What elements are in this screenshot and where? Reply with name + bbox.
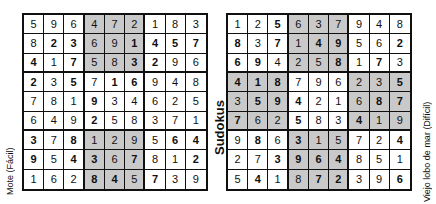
cell-r1c7: 9: [349, 15, 369, 34]
cell-r9c5: 7: [309, 170, 329, 189]
cell-r6c6: 8: [125, 112, 145, 131]
cell-r7c9: 4: [186, 131, 206, 150]
cell-r5c7: 6: [349, 92, 369, 111]
cell-r9c3: 1: [268, 170, 288, 189]
cell-r7c5: 2: [105, 131, 125, 150]
cell-r8c5: 6: [105, 150, 125, 169]
cell-r6c3: 2: [268, 112, 288, 131]
cell-r7c8: 6: [166, 131, 186, 150]
cell-r4c2: 3: [44, 73, 64, 92]
sudoku-board-dificil: 1256379488371495626942581734187962353594…: [226, 13, 412, 191]
cell-r7c1: 3: [24, 131, 44, 150]
cell-r7c3: 8: [64, 131, 84, 150]
cell-r4c8: 4: [166, 73, 186, 92]
cell-r9c2: 6: [44, 170, 64, 189]
cell-r1c2: 2: [248, 15, 268, 34]
cell-r1c9: 8: [390, 15, 410, 34]
cell-r9c7: 7: [145, 170, 165, 189]
cell-r7c8: 2: [370, 131, 390, 150]
cell-r8c6: 7: [125, 150, 145, 169]
cell-r8c4: 3: [85, 150, 105, 169]
cell-r4c3: 5: [64, 73, 84, 92]
cell-r7c9: 4: [390, 131, 410, 150]
cell-r3c4: 5: [85, 54, 105, 73]
cell-r6c7: 4: [349, 112, 369, 131]
cell-r8c1: 9: [24, 150, 44, 169]
cell-r8c5: 6: [309, 150, 329, 169]
cell-r9c9: 6: [390, 170, 410, 189]
cell-r7c3: 6: [268, 131, 288, 150]
cell-r9c6: 5: [125, 170, 145, 189]
cell-r5c3: 1: [64, 92, 84, 111]
cell-r5c6: 1: [329, 92, 349, 111]
cell-r7c2: 7: [44, 131, 64, 150]
cell-r5c5: 3: [105, 92, 125, 111]
cell-r3c6: 8: [329, 54, 349, 73]
cell-r6c5: 5: [105, 112, 125, 131]
cell-r2c1: 8: [228, 34, 248, 53]
cell-r6c1: 6: [24, 112, 44, 131]
cell-r8c8: 1: [166, 150, 186, 169]
cell-r5c8: 8: [370, 92, 390, 111]
cell-r4c7: 9: [145, 73, 165, 92]
cell-r2c6: 9: [329, 34, 349, 53]
cell-r9c8: 9: [370, 170, 390, 189]
cell-r6c7: 3: [145, 112, 165, 131]
cell-r8c3: 4: [64, 150, 84, 169]
cell-r7c4: 3: [289, 131, 309, 150]
cell-r9c2: 4: [248, 170, 268, 189]
cell-r5c4: 9: [85, 92, 105, 111]
cell-r6c8: 1: [370, 112, 390, 131]
cell-r3c3: 7: [64, 54, 84, 73]
cell-r2c7: 4: [145, 34, 165, 53]
cell-r3c9: 6: [186, 54, 206, 73]
cell-r4c1: 4: [228, 73, 248, 92]
cell-r5c5: 2: [309, 92, 329, 111]
cell-r5c2: 5: [248, 92, 268, 111]
cell-r2c4: 6: [85, 34, 105, 53]
cell-r8c9: 1: [390, 150, 410, 169]
cell-r9c3: 2: [64, 170, 84, 189]
cell-r8c6: 4: [329, 150, 349, 169]
cell-r5c6: 4: [125, 92, 145, 111]
cell-r7c7: 7: [349, 131, 369, 150]
cell-r3c9: 3: [390, 54, 410, 73]
cell-r3c5: 5: [309, 54, 329, 73]
cell-r3c4: 2: [289, 54, 309, 73]
cell-r9c9: 9: [186, 170, 206, 189]
sudoku-solutions-page: Mote (Fácil) 596472183823691457417583296…: [0, 0, 436, 204]
cell-r3c2: 1: [44, 54, 64, 73]
cell-r5c3: 9: [268, 92, 288, 111]
cell-r8c3: 3: [268, 150, 288, 169]
cell-r8c7: 8: [349, 150, 369, 169]
cell-r6c2: 4: [44, 112, 64, 131]
cell-r3c3: 4: [268, 54, 288, 73]
cell-r4c5: 1: [105, 73, 125, 92]
cell-r4c8: 3: [370, 73, 390, 92]
cell-r1c6: 7: [329, 15, 349, 34]
cell-r2c6: 1: [125, 34, 145, 53]
right-puzzle-name-label: Viejo lobo de mar (Difícil): [420, 10, 433, 202]
cell-r7c7: 5: [145, 131, 165, 150]
cell-r9c6: 2: [329, 170, 349, 189]
cell-r1c3: 5: [268, 15, 288, 34]
cell-r8c2: 7: [248, 150, 268, 169]
cell-r2c5: 9: [105, 34, 125, 53]
cell-r4c7: 2: [349, 73, 369, 92]
cell-r1c5: 3: [309, 15, 329, 34]
cell-r4c9: 8: [186, 73, 206, 92]
cell-r9c1: 1: [24, 170, 44, 189]
cell-r6c5: 8: [309, 112, 329, 131]
cell-r4c4: 7: [289, 73, 309, 92]
cell-r4c1: 2: [24, 73, 44, 92]
cell-r1c7: 1: [145, 15, 165, 34]
cell-r1c3: 6: [64, 15, 84, 34]
sudoku-board-facil: 5964721838236914574175832962357169487819…: [22, 13, 208, 191]
cell-r2c1: 8: [24, 34, 44, 53]
cell-r6c3: 9: [64, 112, 84, 131]
cell-r4c5: 9: [309, 73, 329, 92]
cell-r9c7: 3: [349, 170, 369, 189]
cell-r5c9: 5: [186, 92, 206, 111]
cell-r1c4: 4: [85, 15, 105, 34]
cell-r7c6: 5: [329, 131, 349, 150]
cell-r9c5: 4: [105, 170, 125, 189]
cell-r3c8: 9: [166, 54, 186, 73]
cell-r3c5: 8: [105, 54, 125, 73]
cell-r1c1: 5: [24, 15, 44, 34]
cell-r6c2: 6: [248, 112, 268, 131]
cell-r6c4: 5: [289, 112, 309, 131]
cell-r6c9: 1: [186, 112, 206, 131]
cell-r1c6: 2: [125, 15, 145, 34]
cell-r7c2: 8: [248, 131, 268, 150]
cell-r3c8: 7: [370, 54, 390, 73]
cell-r9c1: 5: [228, 170, 248, 189]
cell-r6c4: 2: [85, 112, 105, 131]
cell-r9c8: 3: [166, 170, 186, 189]
cell-r5c7: 6: [145, 92, 165, 111]
cell-r2c3: 3: [64, 34, 84, 53]
cell-r1c5: 7: [105, 15, 125, 34]
page-title: Sudokus: [211, 57, 227, 155]
cell-r2c8: 5: [166, 34, 186, 53]
cell-r5c1: 3: [228, 92, 248, 111]
cell-r4c6: 6: [125, 73, 145, 92]
cell-r2c2: 3: [248, 34, 268, 53]
cell-r9c4: 8: [85, 170, 105, 189]
cell-r6c9: 9: [390, 112, 410, 131]
cell-r3c7: 2: [145, 54, 165, 73]
cell-r7c4: 1: [85, 131, 105, 150]
cell-r2c9: 7: [186, 34, 206, 53]
cell-r1c1: 1: [228, 15, 248, 34]
cell-r5c2: 8: [44, 92, 64, 111]
cell-r2c8: 6: [370, 34, 390, 53]
cell-r4c2: 1: [248, 73, 268, 92]
left-puzzle-name-label: Mote (Fácil): [3, 90, 16, 195]
cell-r3c1: 4: [24, 54, 44, 73]
cell-r8c8: 5: [370, 150, 390, 169]
cell-r1c9: 3: [186, 15, 206, 34]
cell-r2c7: 5: [349, 34, 369, 53]
cell-r2c9: 2: [390, 34, 410, 53]
cell-r4c4: 7: [85, 73, 105, 92]
cell-r1c8: 8: [166, 15, 186, 34]
cell-r1c4: 6: [289, 15, 309, 34]
cell-r7c1: 9: [228, 131, 248, 150]
cell-r7c6: 9: [125, 131, 145, 150]
cell-r4c9: 5: [390, 73, 410, 92]
cell-r1c8: 4: [370, 15, 390, 34]
cell-r2c5: 4: [309, 34, 329, 53]
cell-r6c6: 3: [329, 112, 349, 131]
cell-r3c2: 9: [248, 54, 268, 73]
cell-r3c7: 1: [349, 54, 369, 73]
cell-r2c2: 2: [44, 34, 64, 53]
cell-r6c1: 7: [228, 112, 248, 131]
cell-r3c6: 3: [125, 54, 145, 73]
cell-r5c8: 2: [166, 92, 186, 111]
cell-r8c1: 2: [228, 150, 248, 169]
cell-r5c4: 4: [289, 92, 309, 111]
cell-r7c5: 1: [309, 131, 329, 150]
cell-r5c9: 7: [390, 92, 410, 111]
cell-r8c7: 8: [145, 150, 165, 169]
cell-r5c1: 7: [24, 92, 44, 111]
cell-r3c1: 6: [228, 54, 248, 73]
cell-r6c8: 7: [166, 112, 186, 131]
cell-r2c4: 1: [289, 34, 309, 53]
cell-r4c6: 6: [329, 73, 349, 92]
cell-r4c3: 8: [268, 73, 288, 92]
cell-r8c9: 2: [186, 150, 206, 169]
cell-r8c4: 9: [289, 150, 309, 169]
cell-r9c4: 8: [289, 170, 309, 189]
cell-r8c2: 5: [44, 150, 64, 169]
cell-r1c2: 9: [44, 15, 64, 34]
cell-r2c3: 7: [268, 34, 288, 53]
